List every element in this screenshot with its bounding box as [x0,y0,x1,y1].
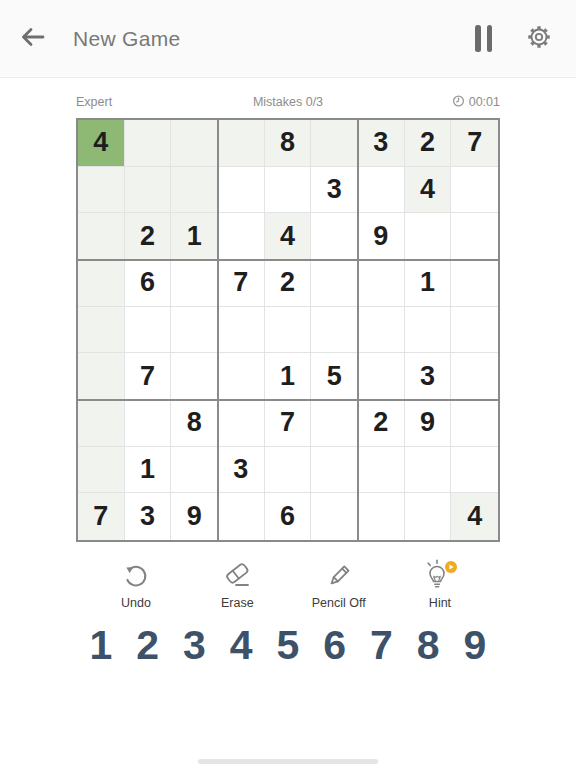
cell-r3c1[interactable]: 6 [125,260,172,307]
cell-r0c6[interactable]: 3 [358,120,405,167]
cell-r1c6[interactable] [358,167,405,214]
cell-r0c0[interactable]: 4 [78,120,125,167]
cell-r3c7[interactable]: 1 [405,260,452,307]
cell-r3c0[interactable] [78,260,125,307]
cell-r6c3[interactable] [218,400,265,447]
cell-r8c4[interactable]: 6 [265,493,312,540]
cell-r3c8[interactable] [451,260,498,307]
cell-r5c1[interactable]: 7 [125,353,172,400]
cell-r5c3[interactable] [218,353,265,400]
toolbar: Undo Erase [98,558,478,610]
numpad-9[interactable]: 9 [458,621,492,669]
cell-r5c0[interactable] [78,353,125,400]
cell-r1c1[interactable] [125,167,172,214]
gear-icon [525,23,553,55]
numpad-5[interactable]: 5 [271,621,305,669]
numpad-8[interactable]: 8 [411,621,445,669]
cell-r7c3[interactable]: 3 [218,447,265,494]
cell-r2c2[interactable]: 1 [171,213,218,260]
cell-r8c8[interactable]: 4 [451,493,498,540]
cell-r3c4[interactable]: 2 [265,260,312,307]
cell-r6c2[interactable]: 8 [171,400,218,447]
undo-icon [121,558,151,592]
cell-r3c6[interactable] [358,260,405,307]
cell-r2c6[interactable]: 9 [358,213,405,260]
cell-r3c3[interactable]: 7 [218,260,265,307]
mistakes-label: Mistakes 0/3 [217,95,358,109]
cell-r1c8[interactable] [451,167,498,214]
numpad-1[interactable]: 1 [84,621,118,669]
home-indicator[interactable] [198,759,378,764]
eraser-icon [221,558,253,592]
cell-r7c4[interactable] [265,447,312,494]
cell-r6c4[interactable]: 7 [265,400,312,447]
cell-r1c0[interactable] [78,167,125,214]
cell-r2c5[interactable] [311,213,358,260]
cell-r1c7[interactable]: 4 [405,167,452,214]
cell-r8c3[interactable] [218,493,265,540]
cell-r8c2[interactable]: 9 [171,493,218,540]
back-button[interactable] [18,24,48,54]
cell-r0c3[interactable] [218,120,265,167]
cell-r0c2[interactable] [171,120,218,167]
cell-r2c0[interactable] [78,213,125,260]
lightbulb-icon [420,558,460,592]
cell-r4c5[interactable] [311,307,358,354]
numpad-6[interactable]: 6 [318,621,352,669]
cell-r8c7[interactable] [405,493,452,540]
cell-r0c1[interactable] [125,120,172,167]
numpad-3[interactable]: 3 [178,621,212,669]
cell-r1c2[interactable] [171,167,218,214]
cell-r7c2[interactable] [171,447,218,494]
sudoku-board: 483273421496721715387291373964 [76,118,500,542]
cell-r6c7[interactable]: 9 [405,400,452,447]
cell-r5c8[interactable] [451,353,498,400]
cell-r8c0[interactable]: 7 [78,493,125,540]
cell-r6c6[interactable]: 2 [358,400,405,447]
cell-r4c0[interactable] [78,307,125,354]
cell-r7c7[interactable] [405,447,452,494]
page-title: New Game [73,27,180,51]
pencil-icon [323,558,355,592]
cell-r7c8[interactable] [451,447,498,494]
cell-r0c5[interactable] [311,120,358,167]
numpad: 1 2 3 4 5 6 7 8 9 [84,621,492,669]
status-bar: Expert Mistakes 0/3 00:01 [76,94,500,110]
cell-r5c7[interactable]: 3 [405,353,452,400]
cell-r5c4[interactable]: 1 [265,353,312,400]
cell-r2c7[interactable] [405,213,452,260]
numpad-4[interactable]: 4 [224,621,258,669]
undo-button[interactable]: Undo [98,558,174,610]
cell-r1c5[interactable]: 3 [311,167,358,214]
cell-r2c1[interactable]: 2 [125,213,172,260]
cell-r4c3[interactable] [218,307,265,354]
sudoku-app-screen: New Game [0,0,576,768]
cell-r3c5[interactable] [311,260,358,307]
cell-r7c1[interactable]: 1 [125,447,172,494]
erase-label: Erase [221,596,254,610]
sudoku-grid: 483273421496721715387291373964 [78,120,498,540]
cell-r3c2[interactable] [171,260,218,307]
numpad-2[interactable]: 2 [131,621,165,669]
cell-r0c8[interactable]: 7 [451,120,498,167]
undo-label: Undo [121,596,151,610]
cell-r7c0[interactable] [78,447,125,494]
cell-r8c6[interactable] [358,493,405,540]
pencil-toggle-button[interactable]: Pencil Off [301,558,377,610]
cell-r4c1[interactable] [125,307,172,354]
cell-r4c4[interactable] [265,307,312,354]
settings-button[interactable] [524,24,554,54]
pencil-label: Pencil Off [312,596,366,610]
numpad-7[interactable]: 7 [365,621,399,669]
cell-r5c6[interactable] [358,353,405,400]
header: New Game [0,0,576,78]
erase-button[interactable]: Erase [199,558,275,610]
timer-value: 00:01 [469,95,500,109]
cell-r4c7[interactable] [405,307,452,354]
cell-r4c2[interactable] [171,307,218,354]
cell-r5c2[interactable] [171,353,218,400]
hint-button[interactable]: Hint [402,558,478,610]
cell-r2c3[interactable] [218,213,265,260]
cell-r4c8[interactable] [451,307,498,354]
cell-r7c5[interactable] [311,447,358,494]
clock-icon [452,94,465,110]
cell-r2c8[interactable] [451,213,498,260]
cell-r8c5[interactable] [311,493,358,540]
hint-label: Hint [429,596,451,610]
cell-r8c1[interactable]: 3 [125,493,172,540]
pause-icon [475,25,481,52]
cell-r6c0[interactable] [78,400,125,447]
cell-r4c6[interactable] [358,307,405,354]
cell-r1c4[interactable] [265,167,312,214]
cell-r0c7[interactable]: 2 [405,120,452,167]
pause-icon [487,25,493,52]
cell-r1c3[interactable] [218,167,265,214]
cell-r7c6[interactable] [358,447,405,494]
cell-r0c4[interactable]: 8 [265,120,312,167]
cell-r6c8[interactable] [451,400,498,447]
cell-r2c4[interactable]: 4 [265,213,312,260]
back-arrow-icon [19,23,47,55]
cell-r6c5[interactable] [311,400,358,447]
difficulty-label: Expert [76,95,217,109]
cell-r6c1[interactable] [125,400,172,447]
pause-button[interactable] [473,23,494,54]
cell-r5c5[interactable]: 5 [311,353,358,400]
